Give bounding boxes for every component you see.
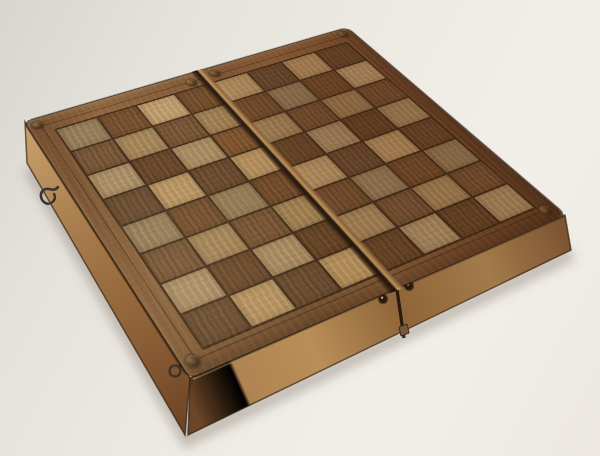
- corner-screw: [537, 205, 554, 216]
- corner-screw: [31, 120, 45, 130]
- corner-screw: [337, 31, 350, 38]
- front-screw: [378, 294, 387, 303]
- front-screw-glint: [381, 296, 383, 298]
- seam-screw: [208, 69, 222, 77]
- photo-backdrop: [0, 0, 600, 456]
- corner-screw: [184, 353, 203, 369]
- front-screw-glint: [407, 283, 409, 285]
